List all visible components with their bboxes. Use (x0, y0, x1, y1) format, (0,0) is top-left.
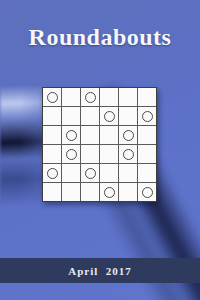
puzzle-grid (42, 87, 157, 202)
grid-cell (43, 126, 61, 144)
circle-mark (66, 130, 77, 141)
grid-cell (81, 107, 99, 125)
circle-mark (66, 149, 77, 160)
grid-cell (43, 107, 61, 125)
grid-cell (100, 164, 118, 182)
grid-cell (62, 88, 80, 106)
grid-cell (62, 164, 80, 182)
circle-mark (142, 111, 153, 122)
cover-title: Roundabouts (0, 24, 200, 51)
circle-mark (104, 111, 115, 122)
grid-cell (138, 145, 156, 163)
grid-cell (43, 164, 61, 182)
circle-mark (142, 187, 153, 198)
grid-cell (81, 183, 99, 201)
grid-cell (43, 145, 61, 163)
grid-cell (62, 145, 80, 163)
grid-cell (100, 126, 118, 144)
grid-cell (81, 88, 99, 106)
grid-cell (119, 145, 137, 163)
circle-mark (123, 130, 134, 141)
grid-cell (81, 126, 99, 144)
circle-mark (47, 92, 58, 103)
grid-cell (119, 107, 137, 125)
book-cover: Roundabouts April 2017 (0, 0, 200, 300)
circle-mark (47, 168, 58, 179)
grid-cell (119, 88, 137, 106)
grid-cell (119, 183, 137, 201)
grid-cell (138, 126, 156, 144)
grid-cell (138, 183, 156, 201)
date-label: April 2017 (68, 265, 132, 277)
grid-cell (119, 164, 137, 182)
circle-mark (85, 168, 96, 179)
grid-cell (100, 183, 118, 201)
circle-mark (104, 187, 115, 198)
grid-cell (43, 183, 61, 201)
grid-cell (62, 183, 80, 201)
grid-cell (119, 126, 137, 144)
circle-mark (85, 92, 96, 103)
date-band: April 2017 (0, 258, 200, 283)
grid-cell (81, 164, 99, 182)
grid-cell (62, 126, 80, 144)
grid-cell (100, 107, 118, 125)
grid-cell (81, 145, 99, 163)
grid-cell (138, 107, 156, 125)
circle-mark (123, 149, 134, 160)
grid-cell (100, 145, 118, 163)
grid-cell (62, 107, 80, 125)
grid-cell (138, 88, 156, 106)
grid-cell (138, 164, 156, 182)
grid-cell (43, 88, 61, 106)
grid-cell (100, 88, 118, 106)
